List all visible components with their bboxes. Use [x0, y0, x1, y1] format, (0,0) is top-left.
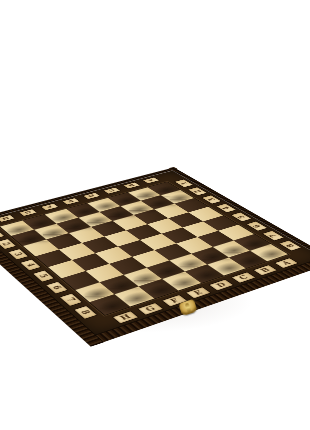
coord-plaque: 3: [8, 249, 27, 259]
chess-board: HGFEDCBA HGFEDCBA 12345678 12345678 ♜♞♝♛…: [0, 171, 310, 336]
photo-background: HGFEDCBA HGFEDCBA 12345678 12345678 ♜♞♝♛…: [0, 0, 310, 430]
coord-plaque: 4: [20, 260, 40, 271]
coord-plaque: 6: [46, 282, 67, 294]
board-square[interactable]: ♟: [11, 230, 46, 246]
coord-plaque: 5: [33, 271, 53, 282]
board-wrap: HGFEDCBA HGFEDCBA 12345678 12345678 ♜♞♝♛…: [12, 112, 268, 368]
